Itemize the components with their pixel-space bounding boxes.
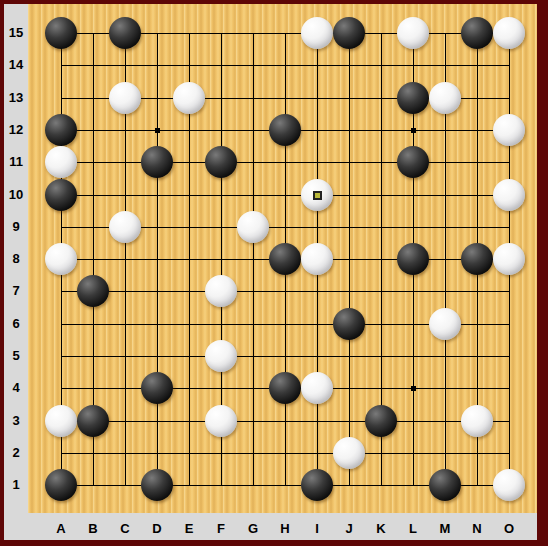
column-label: E	[177, 521, 201, 537]
row-label: 12	[4, 122, 28, 138]
go-board-window: 151413121110987654321ABCDEFGHIJKLMNO	[0, 0, 548, 546]
row-label: 2	[4, 445, 28, 461]
stone-white	[493, 179, 525, 211]
row-label: 6	[4, 316, 28, 332]
row-label: 15	[4, 25, 28, 41]
stone-black	[77, 275, 109, 307]
column-label: I	[305, 521, 329, 537]
row-label: 3	[4, 413, 28, 429]
go-board[interactable]	[28, 4, 537, 513]
stone-white	[301, 17, 333, 49]
stone-white	[109, 211, 141, 243]
stone-white	[45, 405, 77, 437]
column-label: N	[465, 521, 489, 537]
star-point	[155, 128, 160, 133]
stone-white	[493, 114, 525, 146]
row-label: 14	[4, 57, 28, 73]
stone-black	[333, 308, 365, 340]
row-label: 11	[4, 154, 28, 170]
column-label: H	[273, 521, 297, 537]
row-label: 13	[4, 90, 28, 106]
stone-black	[77, 405, 109, 437]
stone-black	[45, 469, 77, 501]
row-label: 8	[4, 251, 28, 267]
stone-black	[301, 469, 333, 501]
stone-white	[109, 82, 141, 114]
row-label: 9	[4, 219, 28, 235]
stone-white	[493, 243, 525, 275]
column-label: A	[49, 521, 73, 537]
stone-white	[173, 82, 205, 114]
stone-black	[397, 146, 429, 178]
column-label: J	[337, 521, 361, 537]
stone-black	[269, 372, 301, 404]
row-label: 10	[4, 187, 28, 203]
stone-black	[205, 146, 237, 178]
row-label: 4	[4, 380, 28, 396]
stone-black	[45, 114, 77, 146]
stone-black	[397, 82, 429, 114]
row-label: 5	[4, 348, 28, 364]
row-label: 1	[4, 477, 28, 493]
stone-white	[205, 275, 237, 307]
stone-black	[141, 146, 173, 178]
column-label: K	[369, 521, 393, 537]
stone-white	[237, 211, 269, 243]
stone-black	[365, 405, 397, 437]
column-label: D	[145, 521, 169, 537]
column-label: L	[401, 521, 425, 537]
stone-black	[45, 179, 77, 211]
column-label: B	[81, 521, 105, 537]
row-label: 7	[4, 283, 28, 299]
star-point	[411, 386, 416, 391]
stone-white	[333, 437, 365, 469]
star-point	[411, 128, 416, 133]
stone-black	[269, 243, 301, 275]
stone-black	[461, 17, 493, 49]
stone-black	[429, 469, 461, 501]
stone-white	[45, 243, 77, 275]
stone-white	[205, 405, 237, 437]
stone-white	[301, 372, 333, 404]
grid-line-vertical	[349, 33, 350, 486]
stone-white	[429, 82, 461, 114]
stone-white	[493, 17, 525, 49]
stone-black	[45, 17, 77, 49]
stone-white	[429, 308, 461, 340]
column-label: F	[209, 521, 233, 537]
stone-black	[109, 17, 141, 49]
grid-line-vertical	[157, 33, 158, 486]
stone-white	[461, 405, 493, 437]
column-label: M	[433, 521, 457, 537]
stone-black	[333, 17, 365, 49]
stone-white	[397, 17, 429, 49]
last-move-marker	[313, 191, 322, 200]
column-label: O	[497, 521, 521, 537]
stone-black	[397, 243, 429, 275]
stone-black	[141, 372, 173, 404]
stone-white	[205, 340, 237, 372]
stone-white	[301, 243, 333, 275]
grid-line-vertical	[253, 33, 254, 486]
stone-white	[45, 146, 77, 178]
stone-black	[461, 243, 493, 275]
column-label: C	[113, 521, 137, 537]
stone-black	[141, 469, 173, 501]
stone-white	[493, 469, 525, 501]
column-label: G	[241, 521, 265, 537]
stone-black	[269, 114, 301, 146]
